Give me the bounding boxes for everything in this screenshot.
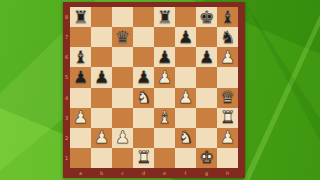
square-c8[interactable] xyxy=(112,7,133,27)
square-a1[interactable] xyxy=(70,148,91,168)
square-d3[interactable] xyxy=(133,108,154,128)
square-d7[interactable] xyxy=(133,27,154,47)
piece-white-pawn-h6: ♟ xyxy=(220,49,235,66)
piece-white-king-g1: ♚ xyxy=(199,149,214,166)
square-c4[interactable] xyxy=(112,88,133,108)
rank-label-5: 5 xyxy=(65,75,68,80)
square-e5[interactable]: ♟ xyxy=(154,67,175,87)
screenshot-canvas: ♜♜♚♝♛♟♞♝♟♟♟♟♟♟♟♞♟♛♟♝♜♟♟♞♟♜♚ 87654321abcd… xyxy=(0,0,320,180)
square-e8[interactable]: ♜ xyxy=(154,7,175,27)
piece-black-king-g8: ♚ xyxy=(199,9,214,26)
square-g2[interactable] xyxy=(196,128,217,148)
square-g5[interactable] xyxy=(196,67,217,87)
file-label-e: e xyxy=(163,171,166,176)
piece-white-pawn-b2: ♟ xyxy=(94,129,109,146)
square-a2[interactable] xyxy=(70,128,91,148)
piece-white-pawn-h2: ♟ xyxy=(220,129,235,146)
square-h7[interactable]: ♞ xyxy=(217,27,238,47)
piece-white-rook-h3: ♜ xyxy=(220,109,235,126)
square-f1[interactable] xyxy=(175,148,196,168)
rank-label-4: 4 xyxy=(65,95,68,100)
square-g4[interactable] xyxy=(196,88,217,108)
square-a5[interactable]: ♟ xyxy=(70,67,91,87)
file-label-d: d xyxy=(142,171,145,176)
square-h4[interactable]: ♛ xyxy=(217,88,238,108)
piece-black-pawn-f7: ♟ xyxy=(178,29,193,46)
square-g8[interactable]: ♚ xyxy=(196,7,217,27)
piece-black-pawn-a5: ♟ xyxy=(73,69,88,86)
square-b7[interactable] xyxy=(91,27,112,47)
square-h1[interactable] xyxy=(217,148,238,168)
square-f6[interactable] xyxy=(175,47,196,67)
square-b8[interactable] xyxy=(91,7,112,27)
piece-white-pawn-c2: ♟ xyxy=(115,129,130,146)
square-d1[interactable]: ♜ xyxy=(133,148,154,168)
square-a4[interactable] xyxy=(70,88,91,108)
file-label-b: b xyxy=(100,171,103,176)
file-label-c: c xyxy=(121,171,124,176)
square-e3[interactable]: ♝ xyxy=(154,108,175,128)
square-b5[interactable]: ♟ xyxy=(91,67,112,87)
square-d2[interactable] xyxy=(133,128,154,148)
file-label-h: h xyxy=(226,171,229,176)
square-e1[interactable] xyxy=(154,148,175,168)
square-c2[interactable]: ♟ xyxy=(112,128,133,148)
rank-label-6: 6 xyxy=(65,55,68,60)
piece-black-bishop-h8: ♝ xyxy=(220,9,235,26)
rank-label-2: 2 xyxy=(65,135,68,140)
square-d4[interactable]: ♞ xyxy=(133,88,154,108)
piece-black-rook-e8: ♜ xyxy=(157,9,172,26)
square-c6[interactable] xyxy=(112,47,133,67)
square-h3[interactable]: ♜ xyxy=(217,108,238,128)
square-a8[interactable]: ♜ xyxy=(70,7,91,27)
square-e4[interactable] xyxy=(154,88,175,108)
piece-white-pawn-f4: ♟ xyxy=(178,89,193,106)
square-f7[interactable]: ♟ xyxy=(175,27,196,47)
square-g7[interactable] xyxy=(196,27,217,47)
square-a3[interactable]: ♟ xyxy=(70,108,91,128)
square-f5[interactable] xyxy=(175,67,196,87)
piece-black-rook-a8: ♜ xyxy=(73,9,88,26)
chess-board: ♜♜♚♝♛♟♞♝♟♟♟♟♟♟♟♞♟♛♟♝♜♟♟♞♟♜♚ xyxy=(70,7,238,168)
piece-black-pawn-e6: ♟ xyxy=(157,49,172,66)
square-c7[interactable]: ♛ xyxy=(112,27,133,47)
square-b3[interactable] xyxy=(91,108,112,128)
square-h5[interactable] xyxy=(217,67,238,87)
piece-white-knight-f2: ♞ xyxy=(178,129,193,146)
square-c3[interactable] xyxy=(112,108,133,128)
square-f4[interactable]: ♟ xyxy=(175,88,196,108)
rank-label-7: 7 xyxy=(65,35,68,40)
square-b4[interactable] xyxy=(91,88,112,108)
square-d6[interactable] xyxy=(133,47,154,67)
square-e2[interactable] xyxy=(154,128,175,148)
square-c5[interactable] xyxy=(112,67,133,87)
rank-label-1: 1 xyxy=(65,155,68,160)
file-label-a: a xyxy=(79,171,82,176)
square-d8[interactable] xyxy=(133,7,154,27)
square-f8[interactable] xyxy=(175,7,196,27)
square-c1[interactable] xyxy=(112,148,133,168)
piece-white-rook-d1: ♜ xyxy=(136,149,151,166)
rank-label-8: 8 xyxy=(65,15,68,20)
file-label-g: g xyxy=(205,171,208,176)
piece-black-bishop-a6: ♝ xyxy=(73,49,88,66)
square-g3[interactable] xyxy=(196,108,217,128)
piece-white-bishop-e3: ♝ xyxy=(157,109,172,126)
square-d5[interactable]: ♟ xyxy=(133,67,154,87)
piece-black-queen-c7: ♛ xyxy=(115,29,130,46)
square-b6[interactable] xyxy=(91,47,112,67)
square-f3[interactable] xyxy=(175,108,196,128)
file-label-f: f xyxy=(185,171,187,176)
piece-white-pawn-a3: ♟ xyxy=(73,109,88,126)
chess-board-frame: ♜♜♚♝♛♟♞♝♟♟♟♟♟♟♟♞♟♛♟♝♜♟♟♞♟♜♚ 87654321abcd… xyxy=(63,2,245,178)
piece-white-pawn-e5: ♟ xyxy=(157,69,172,86)
square-e6[interactable]: ♟ xyxy=(154,47,175,67)
square-a7[interactable] xyxy=(70,27,91,47)
piece-black-knight-h7: ♞ xyxy=(220,29,235,46)
square-h2[interactable]: ♟ xyxy=(217,128,238,148)
piece-black-pawn-b5: ♟ xyxy=(94,69,109,86)
piece-white-knight-d4: ♞ xyxy=(136,89,151,106)
square-h8[interactable]: ♝ xyxy=(217,7,238,27)
square-h6[interactable]: ♟ xyxy=(217,47,238,67)
piece-black-pawn-g6: ♟ xyxy=(199,49,214,66)
square-f2[interactable]: ♞ xyxy=(175,128,196,148)
square-a6[interactable]: ♝ xyxy=(70,47,91,67)
square-g1[interactable]: ♚ xyxy=(196,148,217,168)
square-g6[interactable]: ♟ xyxy=(196,47,217,67)
square-b1[interactable] xyxy=(91,148,112,168)
square-b2[interactable]: ♟ xyxy=(91,128,112,148)
rank-label-3: 3 xyxy=(65,115,68,120)
square-e7[interactable] xyxy=(154,27,175,47)
piece-black-pawn-d5: ♟ xyxy=(136,69,151,86)
piece-white-queen-h4: ♛ xyxy=(220,89,235,106)
